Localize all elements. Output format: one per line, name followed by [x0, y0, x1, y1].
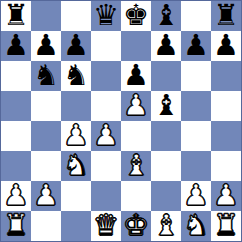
square-b6[interactable]: ♞	[31, 61, 61, 91]
square-a1[interactable]: ♜	[1, 211, 31, 241]
square-d7[interactable]	[91, 31, 121, 61]
piece-white-king[interactable]: ♚	[123, 210, 149, 240]
piece-white-bishop[interactable]: ♝	[153, 210, 179, 240]
square-e4[interactable]	[121, 121, 151, 151]
square-b8[interactable]	[31, 1, 61, 31]
piece-black-rook[interactable]: ♜	[3, 0, 29, 30]
square-b3[interactable]	[31, 151, 61, 181]
square-b2[interactable]: ♟	[31, 181, 61, 211]
square-g5[interactable]	[181, 91, 211, 121]
square-g8[interactable]	[181, 1, 211, 31]
square-a3[interactable]	[1, 151, 31, 181]
square-g4[interactable]	[181, 121, 211, 151]
square-c7[interactable]: ♟	[61, 31, 91, 61]
square-e7[interactable]	[121, 31, 151, 61]
piece-black-rook[interactable]: ♜	[213, 0, 239, 30]
piece-white-knight[interactable]: ♞	[63, 150, 89, 180]
square-f7[interactable]: ♟	[151, 31, 181, 61]
piece-black-pawn[interactable]: ♟	[153, 30, 179, 60]
piece-white-knight[interactable]: ♞	[183, 210, 209, 240]
square-f6[interactable]	[151, 61, 181, 91]
piece-white-bishop[interactable]: ♝	[123, 150, 149, 180]
piece-white-pawn[interactable]: ♟	[213, 180, 239, 210]
piece-white-pawn[interactable]: ♟	[93, 120, 119, 150]
square-f2[interactable]	[151, 181, 181, 211]
square-b5[interactable]	[31, 91, 61, 121]
square-c8[interactable]	[61, 1, 91, 31]
square-c4[interactable]: ♟	[61, 121, 91, 151]
square-f3[interactable]	[151, 151, 181, 181]
square-e5[interactable]: ♟	[121, 91, 151, 121]
square-c1[interactable]	[61, 211, 91, 241]
square-e2[interactable]	[121, 181, 151, 211]
square-a5[interactable]	[1, 91, 31, 121]
square-b1[interactable]	[31, 211, 61, 241]
square-c6[interactable]: ♞	[61, 61, 91, 91]
chess-board-container: ♜♛♚♝♜♟♟♟♟♟♟♞♞♟♟♝♟♟♞♝♟♟♟♟♜♛♚♝♞♜	[0, 0, 242, 242]
piece-black-king[interactable]: ♚	[123, 0, 149, 30]
piece-white-pawn[interactable]: ♟	[63, 120, 89, 150]
piece-black-pawn[interactable]: ♟	[63, 30, 89, 60]
square-h3[interactable]	[211, 151, 241, 181]
square-c2[interactable]	[61, 181, 91, 211]
square-d4[interactable]: ♟	[91, 121, 121, 151]
square-a8[interactable]: ♜	[1, 1, 31, 31]
square-h5[interactable]	[211, 91, 241, 121]
piece-white-queen[interactable]: ♛	[93, 210, 119, 240]
square-f1[interactable]: ♝	[151, 211, 181, 241]
square-d5[interactable]	[91, 91, 121, 121]
square-e1[interactable]: ♚	[121, 211, 151, 241]
square-a7[interactable]: ♟	[1, 31, 31, 61]
piece-black-pawn[interactable]: ♟	[33, 30, 59, 60]
piece-black-knight[interactable]: ♞	[33, 60, 59, 90]
piece-white-pawn[interactable]: ♟	[3, 180, 29, 210]
piece-white-rook[interactable]: ♜	[3, 210, 29, 240]
piece-black-pawn[interactable]: ♟	[183, 30, 209, 60]
piece-white-pawn[interactable]: ♟	[33, 180, 59, 210]
square-g3[interactable]	[181, 151, 211, 181]
square-g1[interactable]: ♞	[181, 211, 211, 241]
square-a4[interactable]	[1, 121, 31, 151]
square-g7[interactable]: ♟	[181, 31, 211, 61]
square-d8[interactable]: ♛	[91, 1, 121, 31]
square-e8[interactable]: ♚	[121, 1, 151, 31]
piece-white-rook[interactable]: ♜	[213, 210, 239, 240]
square-b7[interactable]: ♟	[31, 31, 61, 61]
square-d1[interactable]: ♛	[91, 211, 121, 241]
piece-black-knight[interactable]: ♞	[63, 60, 89, 90]
square-h4[interactable]	[211, 121, 241, 151]
piece-white-pawn[interactable]: ♟	[123, 90, 149, 120]
square-h6[interactable]	[211, 61, 241, 91]
square-g2[interactable]: ♟	[181, 181, 211, 211]
piece-black-pawn[interactable]: ♟	[213, 30, 239, 60]
square-d6[interactable]	[91, 61, 121, 91]
square-b4[interactable]	[31, 121, 61, 151]
square-c3[interactable]: ♞	[61, 151, 91, 181]
square-h1[interactable]: ♜	[211, 211, 241, 241]
piece-white-pawn[interactable]: ♟	[183, 180, 209, 210]
square-c5[interactable]	[61, 91, 91, 121]
piece-black-bishop[interactable]: ♝	[153, 0, 179, 30]
piece-black-pawn[interactable]: ♟	[123, 60, 149, 90]
square-h7[interactable]: ♟	[211, 31, 241, 61]
square-f4[interactable]	[151, 121, 181, 151]
square-e3[interactable]: ♝	[121, 151, 151, 181]
square-h8[interactable]: ♜	[211, 1, 241, 31]
piece-black-queen[interactable]: ♛	[93, 0, 119, 30]
square-d3[interactable]	[91, 151, 121, 181]
square-f5[interactable]: ♝	[151, 91, 181, 121]
square-f8[interactable]: ♝	[151, 1, 181, 31]
square-a6[interactable]	[1, 61, 31, 91]
square-d2[interactable]	[91, 181, 121, 211]
square-e6[interactable]: ♟	[121, 61, 151, 91]
square-a2[interactable]: ♟	[1, 181, 31, 211]
piece-black-bishop[interactable]: ♝	[153, 90, 179, 120]
square-h2[interactable]: ♟	[211, 181, 241, 211]
chess-board: ♜♛♚♝♜♟♟♟♟♟♟♞♞♟♟♝♟♟♞♝♟♟♟♟♜♛♚♝♞♜	[0, 0, 242, 242]
square-g6[interactable]	[181, 61, 211, 91]
piece-black-pawn[interactable]: ♟	[3, 30, 29, 60]
